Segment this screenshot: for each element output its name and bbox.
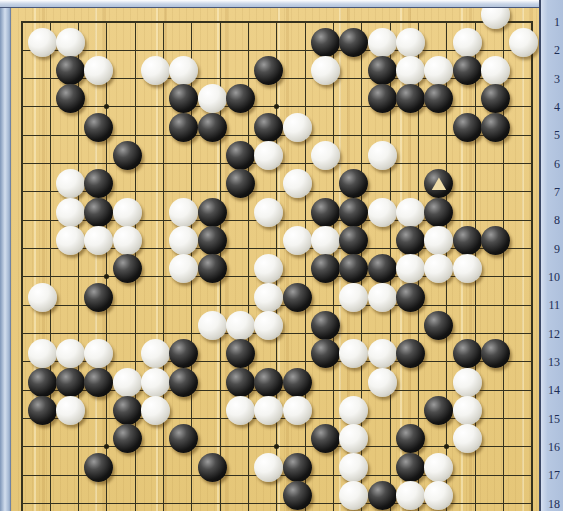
black-stone[interactable] [198,113,227,142]
black-stone[interactable] [481,113,510,142]
white-stone[interactable] [56,28,85,57]
white-stone[interactable] [198,311,227,340]
row-label: 18 [541,490,560,511]
white-stone[interactable] [283,113,312,142]
black-stone[interactable] [396,283,425,312]
row-label: 5 [541,121,560,149]
window-frame-top [0,0,563,8]
white-stone[interactable] [396,28,425,57]
row-label: 14 [541,376,560,404]
white-stone[interactable] [368,141,397,170]
white-stone[interactable] [396,481,425,510]
row-label: 3 [541,65,560,93]
white-stone[interactable] [283,226,312,255]
grid-line-vertical [163,21,164,511]
black-stone[interactable] [453,113,482,142]
row-label: 2 [541,36,560,64]
black-stone[interactable] [198,198,227,227]
row-label: 15 [541,405,560,433]
black-stone[interactable] [28,396,57,425]
white-stone[interactable] [141,368,170,397]
black-stone[interactable] [283,283,312,312]
black-stone[interactable] [396,453,425,482]
white-stone[interactable] [453,368,482,397]
black-stone[interactable] [283,368,312,397]
black-stone[interactable] [311,198,340,227]
row-label: 10 [541,263,560,291]
white-stone[interactable] [368,28,397,57]
row-label: 6 [541,150,560,178]
grid-line-vertical [50,21,51,511]
go-game-window: 123456789101112131415161718 [0,0,563,511]
white-stone[interactable] [113,226,142,255]
row-label: 16 [541,433,560,461]
white-stone[interactable] [453,424,482,453]
black-stone[interactable] [113,141,142,170]
grid-line-horizontal [21,503,533,504]
white-stone[interactable] [453,28,482,57]
white-stone[interactable] [283,396,312,425]
black-stone[interactable] [311,28,340,57]
white-stone[interactable] [56,198,85,227]
white-stone[interactable] [28,28,57,57]
black-stone[interactable] [283,453,312,482]
coordinate-strip: 123456789101112131415161718 [541,0,563,511]
black-stone[interactable] [283,481,312,510]
row-label: 8 [541,206,560,234]
white-stone[interactable] [424,453,453,482]
last-move-triangle-marker [431,177,446,190]
white-stone[interactable] [453,396,482,425]
grid-line-vertical [305,21,306,511]
white-stone[interactable] [368,368,397,397]
white-stone[interactable] [28,283,57,312]
grid-line-vertical [106,21,107,511]
black-stone[interactable] [198,226,227,255]
white-stone[interactable] [113,368,142,397]
row-label: 1 [541,8,560,36]
window-frame-left [0,0,11,511]
row-label: 9 [541,235,560,263]
row-label: 12 [541,320,560,348]
row-label: 17 [541,461,560,489]
white-stone[interactable] [368,283,397,312]
row-label: 11 [541,291,560,319]
black-stone[interactable] [226,368,255,397]
row-label: 4 [541,93,560,121]
row-label: 13 [541,348,560,376]
black-stone[interactable] [368,481,397,510]
white-stone[interactable] [368,198,397,227]
black-stone[interactable] [56,368,85,397]
black-stone[interactable] [28,368,57,397]
black-stone[interactable] [453,226,482,255]
black-stone[interactable] [453,56,482,85]
white-stone[interactable] [113,198,142,227]
black-stone[interactable] [368,56,397,85]
grid-line-vertical [531,21,533,511]
grid-line-vertical [21,21,23,511]
white-stone[interactable] [396,198,425,227]
black-stone[interactable] [113,396,142,425]
row-label: 7 [541,178,560,206]
black-stone[interactable] [198,453,227,482]
